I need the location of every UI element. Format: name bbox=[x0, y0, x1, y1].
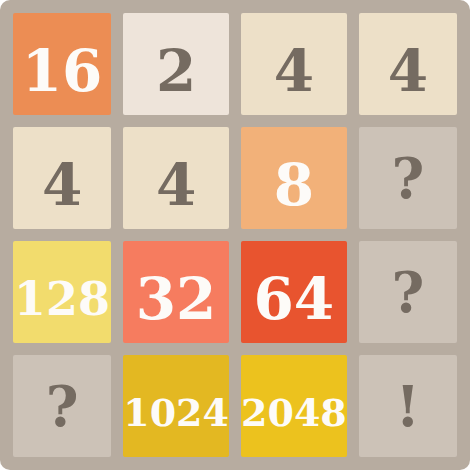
tile-16: 16 bbox=[13, 13, 111, 115]
mystery-question-tile: ? bbox=[13, 355, 111, 457]
tile-4: 4 bbox=[123, 127, 229, 229]
mystery-exclamation-tile: ! bbox=[359, 355, 457, 457]
tile-128: 128 bbox=[13, 241, 111, 343]
tile-4: 4 bbox=[241, 13, 347, 115]
tile-4: 4 bbox=[13, 127, 111, 229]
tile-32: 32 bbox=[123, 241, 229, 343]
mystery-question-tile: ? bbox=[359, 241, 457, 343]
game-board-2048[interactable]: 16244448?1283264??10242048! bbox=[0, 0, 470, 470]
tile-4: 4 bbox=[359, 13, 457, 115]
page-background: { "game": "2048 sliding-tile puzzle (4x4… bbox=[0, 0, 470, 470]
tile-64: 64 bbox=[241, 241, 347, 343]
tile-1024: 1024 bbox=[123, 355, 229, 457]
tile-8: 8 bbox=[241, 127, 347, 229]
tile-2048: 2048 bbox=[241, 355, 347, 457]
tile-2: 2 bbox=[123, 13, 229, 115]
mystery-question-tile: ? bbox=[359, 127, 457, 229]
